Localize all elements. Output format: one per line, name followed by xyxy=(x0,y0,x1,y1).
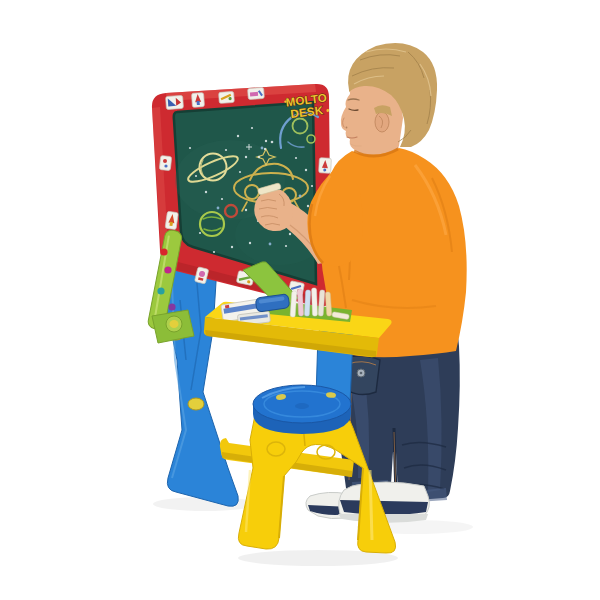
boy-ear xyxy=(375,112,389,132)
rocket-sticker xyxy=(192,93,205,108)
crayon-sticker xyxy=(219,91,235,103)
left-badge-sticker xyxy=(159,156,171,171)
right-badge-sticker xyxy=(319,158,332,174)
stool-seat xyxy=(253,385,351,434)
molto-logo-sticker xyxy=(166,95,184,109)
arm-dot-teal xyxy=(157,287,164,294)
arm-dot-purple xyxy=(168,303,175,310)
product-photo: MOLTO DESK xyxy=(0,0,600,600)
left-rocket-sticker xyxy=(165,211,178,229)
scene-illustration: MOLTO DESK xyxy=(0,0,600,600)
leg-screw-cap xyxy=(188,398,204,410)
pencil-eraser-sticker xyxy=(248,87,265,99)
arm-dot-magenta xyxy=(164,266,171,273)
arm-dot-red xyxy=(160,248,167,255)
